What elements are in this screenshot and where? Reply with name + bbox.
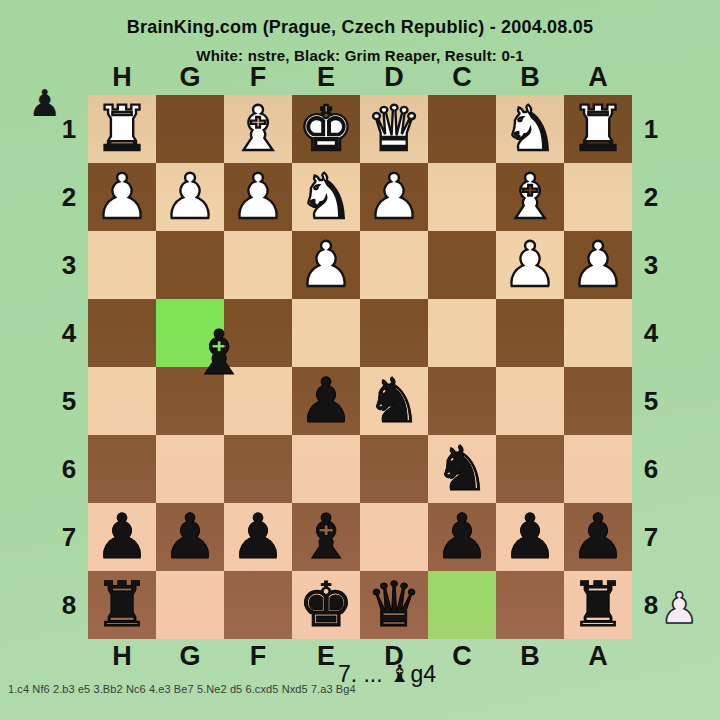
piece-cell-f2: ♟ bbox=[224, 163, 292, 231]
file-label-top-H: H bbox=[88, 62, 156, 92]
piece-cell-h2: ♟ bbox=[88, 163, 156, 231]
piece-cell-c1 bbox=[428, 95, 496, 163]
file-label-top-F: F bbox=[224, 62, 292, 92]
rank-label-right-6: 6 bbox=[634, 435, 668, 503]
black-rook-h8: ♜ bbox=[94, 571, 150, 639]
black-pawn-c7: ♟ bbox=[434, 503, 490, 571]
piece-cell-g1 bbox=[156, 95, 224, 163]
black-pawn-g7: ♟ bbox=[162, 503, 218, 571]
board-pieces-layer: ♜♝♚♛♞♜♟♟♟♞♟♝♟♟♟♝♟♞♞♟♟♟♝♟♟♟♜♚♛♜ bbox=[88, 95, 632, 639]
black-pawn-f7: ♟ bbox=[230, 503, 286, 571]
rank-label-right-7: 7 bbox=[634, 503, 668, 571]
rank-label-right-3: 3 bbox=[634, 231, 668, 299]
piece-cell-c3 bbox=[428, 231, 496, 299]
rank-label-left-5: 5 bbox=[52, 367, 86, 435]
piece-cell-d1: ♛ bbox=[360, 95, 428, 163]
rank-label-right-1: 1 bbox=[634, 95, 668, 163]
rank-label-right-2: 2 bbox=[634, 163, 668, 231]
piece-cell-c5 bbox=[428, 367, 496, 435]
piece-cell-a5 bbox=[564, 367, 632, 435]
piece-cell-g3 bbox=[156, 231, 224, 299]
file-labels-top: HGFEDCBA bbox=[88, 62, 632, 92]
white-pawn-f2: ♟ bbox=[230, 163, 286, 231]
piece-cell-a2 bbox=[564, 163, 632, 231]
piece-cell-d4 bbox=[360, 299, 428, 367]
piece-cell-e3: ♟ bbox=[292, 231, 360, 299]
file-label-top-G: G bbox=[156, 62, 224, 92]
piece-cell-g6 bbox=[156, 435, 224, 503]
file-label-top-D: D bbox=[360, 62, 428, 92]
white-pawn-e3: ♟ bbox=[298, 231, 354, 299]
black-pawn-b7: ♟ bbox=[502, 503, 558, 571]
page-title: BrainKing.com (Prague, Czech Republic) -… bbox=[0, 17, 720, 38]
piece-cell-b1: ♞ bbox=[496, 95, 564, 163]
piece-cell-f6 bbox=[224, 435, 292, 503]
piece-cell-b5 bbox=[496, 367, 564, 435]
black-queen-d8: ♛ bbox=[366, 571, 422, 639]
piece-cell-a6 bbox=[564, 435, 632, 503]
file-label-top-B: B bbox=[496, 62, 564, 92]
white-pawn-g2: ♟ bbox=[162, 163, 218, 231]
piece-cell-c2 bbox=[428, 163, 496, 231]
piece-cell-h6 bbox=[88, 435, 156, 503]
rank-label-left-2: 2 bbox=[52, 163, 86, 231]
piece-cell-a7: ♟ bbox=[564, 503, 632, 571]
piece-cell-a8: ♜ bbox=[564, 571, 632, 639]
piece-cell-h8: ♜ bbox=[88, 571, 156, 639]
rank-label-right-4: 4 bbox=[634, 299, 668, 367]
rank-label-left-6: 6 bbox=[52, 435, 86, 503]
black-knight-d5: ♞ bbox=[366, 367, 422, 435]
piece-cell-f3 bbox=[224, 231, 292, 299]
move-list: 1.c4 Nf6 2.b3 e5 3.Bb2 Nc6 4.e3 Be7 5.Ne… bbox=[8, 683, 708, 695]
piece-cell-d6 bbox=[360, 435, 428, 503]
piece-cell-e7: ♝ bbox=[292, 503, 360, 571]
piece-cell-b4 bbox=[496, 299, 564, 367]
chess-board: ♜♝♚♛♞♜♟♟♟♞♟♝♟♟♟♝♟♞♞♟♟♟♝♟♟♟♜♚♛♜ bbox=[88, 95, 632, 639]
piece-cell-f7: ♟ bbox=[224, 503, 292, 571]
piece-cell-h1: ♜ bbox=[88, 95, 156, 163]
piece-cell-e5: ♟ bbox=[292, 367, 360, 435]
piece-cell-f8 bbox=[224, 571, 292, 639]
rank-labels-left: 12345678 bbox=[52, 95, 86, 639]
piece-cell-a3: ♟ bbox=[564, 231, 632, 299]
white-rook-h1: ♜ bbox=[94, 95, 150, 163]
white-pawn-b3: ♟ bbox=[502, 231, 558, 299]
black-pawn-h7: ♟ bbox=[94, 503, 150, 571]
piece-cell-e2: ♞ bbox=[292, 163, 360, 231]
white-queen-d1: ♛ bbox=[366, 95, 422, 163]
white-bishop-b2: ♝ bbox=[502, 163, 558, 231]
piece-cell-a1: ♜ bbox=[564, 95, 632, 163]
piece-cell-g7: ♟ bbox=[156, 503, 224, 571]
piece-cell-g4: ♝ bbox=[156, 299, 224, 367]
piece-cell-b6 bbox=[496, 435, 564, 503]
white-bishop-f1: ♝ bbox=[230, 95, 286, 163]
rank-label-left-8: 8 bbox=[52, 571, 86, 639]
piece-cell-b2: ♝ bbox=[496, 163, 564, 231]
file-label-top-E: E bbox=[292, 62, 360, 92]
piece-cell-d3 bbox=[360, 231, 428, 299]
rank-label-left-1: 1 bbox=[52, 95, 86, 163]
rank-label-right-5: 5 bbox=[634, 367, 668, 435]
black-king-e8: ♚ bbox=[298, 571, 354, 639]
piece-cell-d5: ♞ bbox=[360, 367, 428, 435]
file-label-top-C: C bbox=[428, 62, 496, 92]
piece-cell-b7: ♟ bbox=[496, 503, 564, 571]
piece-cell-e1: ♚ bbox=[292, 95, 360, 163]
piece-cell-d8: ♛ bbox=[360, 571, 428, 639]
rank-label-left-4: 4 bbox=[52, 299, 86, 367]
piece-cell-c8 bbox=[428, 571, 496, 639]
rank-labels-right: 12345678 bbox=[634, 95, 668, 639]
piece-cell-h7: ♟ bbox=[88, 503, 156, 571]
piece-cell-d7 bbox=[360, 503, 428, 571]
black-knight-c6: ♞ bbox=[434, 435, 490, 503]
white-knight-e2: ♞ bbox=[298, 163, 354, 231]
piece-cell-g2: ♟ bbox=[156, 163, 224, 231]
piece-cell-b8 bbox=[496, 571, 564, 639]
piece-cell-e6 bbox=[292, 435, 360, 503]
black-bishop-e7: ♝ bbox=[298, 503, 354, 571]
piece-cell-h3 bbox=[88, 231, 156, 299]
white-rook-a1: ♜ bbox=[570, 95, 626, 163]
piece-cell-f1: ♝ bbox=[224, 95, 292, 163]
white-knight-b1: ♞ bbox=[502, 95, 558, 163]
piece-cell-g8 bbox=[156, 571, 224, 639]
piece-cell-e4 bbox=[292, 299, 360, 367]
black-bishop-g4: ♝ bbox=[191, 319, 247, 387]
piece-cell-d2: ♟ bbox=[360, 163, 428, 231]
black-pawn-a7: ♟ bbox=[570, 503, 626, 571]
piece-cell-b3: ♟ bbox=[496, 231, 564, 299]
piece-cell-c7: ♟ bbox=[428, 503, 496, 571]
rank-label-left-3: 3 bbox=[52, 231, 86, 299]
rank-label-left-7: 7 bbox=[52, 503, 86, 571]
piece-cell-c4 bbox=[428, 299, 496, 367]
rank-label-right-8: 8 bbox=[634, 571, 668, 639]
piece-cell-h5 bbox=[88, 367, 156, 435]
piece-cell-c6: ♞ bbox=[428, 435, 496, 503]
file-label-top-A: A bbox=[564, 62, 632, 92]
black-pawn-e5: ♟ bbox=[298, 367, 354, 435]
black-rook-a8: ♜ bbox=[570, 571, 626, 639]
white-pawn-h2: ♟ bbox=[94, 163, 150, 231]
white-pawn-d2: ♟ bbox=[366, 163, 422, 231]
piece-cell-h4 bbox=[88, 299, 156, 367]
white-pawn-a3: ♟ bbox=[570, 231, 626, 299]
white-king-e1: ♚ bbox=[298, 95, 354, 163]
piece-cell-a4 bbox=[564, 299, 632, 367]
piece-cell-e8: ♚ bbox=[292, 571, 360, 639]
